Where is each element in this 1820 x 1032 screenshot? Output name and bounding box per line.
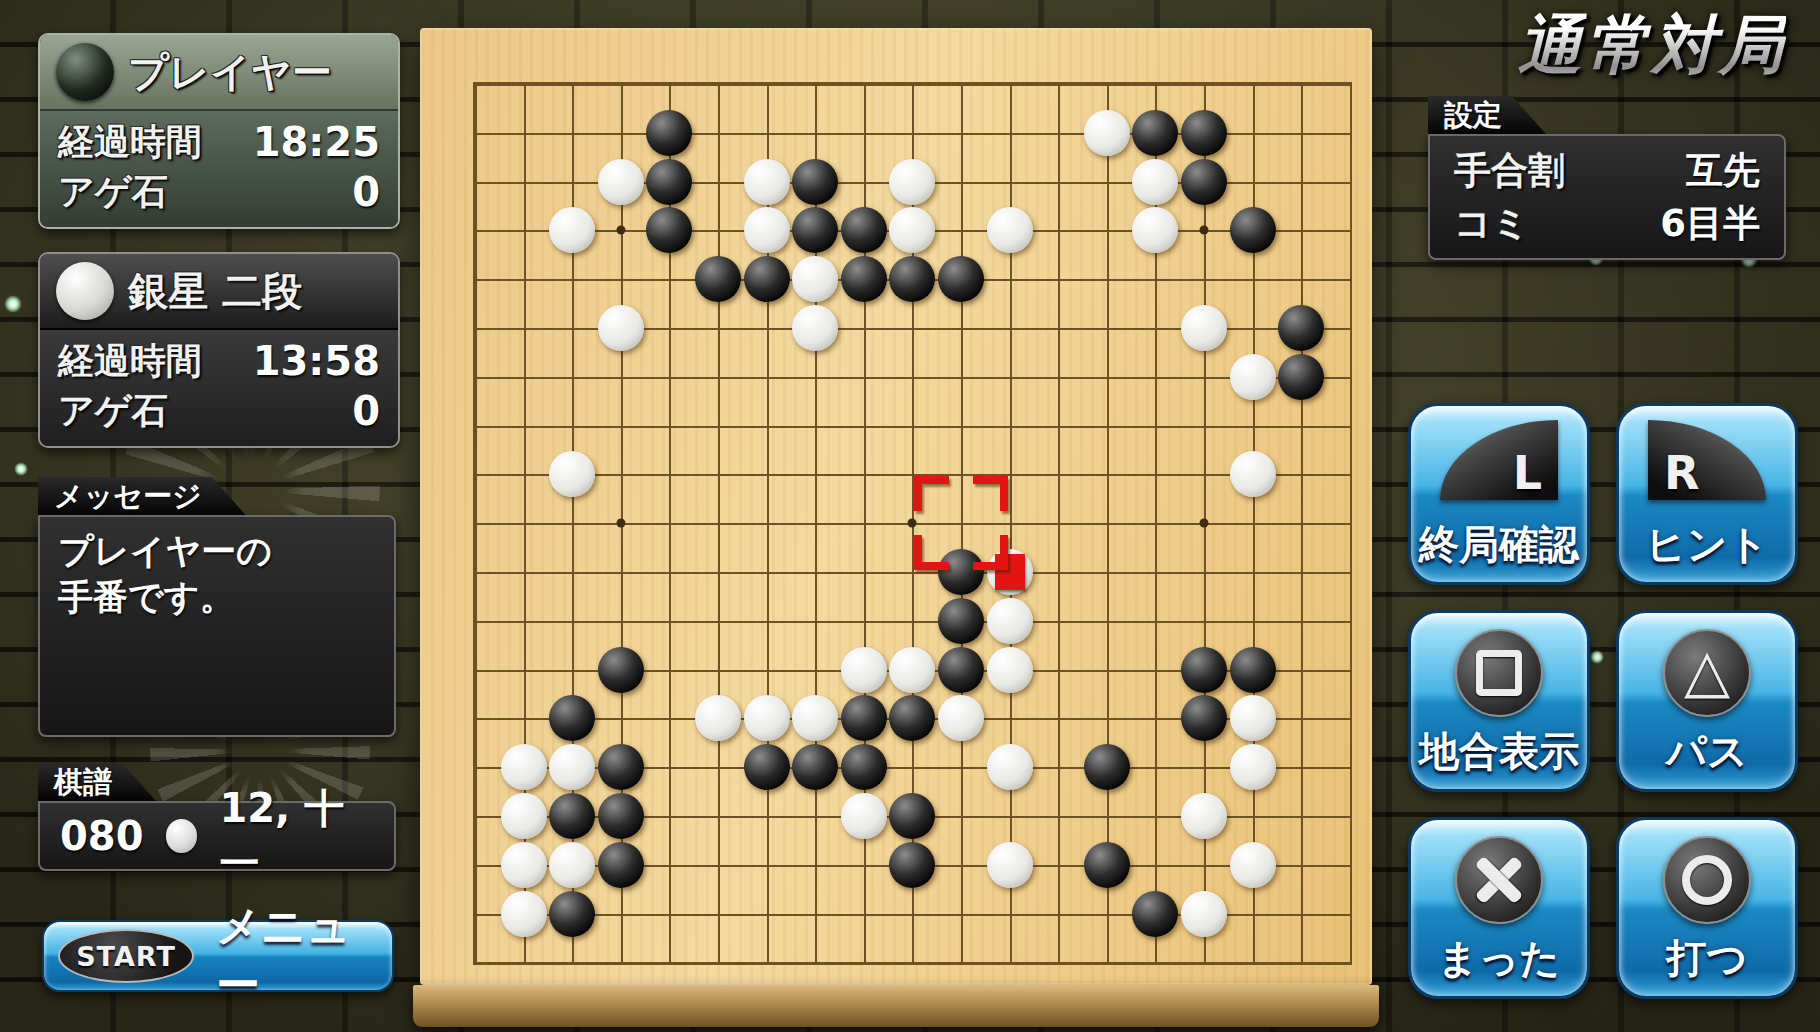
white-player-name: 銀星 二段 [128, 264, 302, 319]
white-stone [549, 842, 595, 888]
white-stone [987, 207, 1033, 253]
black-stone [1132, 110, 1178, 156]
white-stone-icon [56, 262, 114, 320]
menu-button-label: メニュー [216, 897, 378, 1015]
kifu-panel: 080 12, 十一 [38, 801, 396, 871]
white-stone [792, 305, 838, 351]
black-stone [841, 207, 887, 253]
black-stone [1230, 207, 1276, 253]
white-stone [501, 793, 547, 839]
white-captures-count: 0 [352, 388, 380, 434]
hint-button[interactable]: R ヒント [1616, 403, 1798, 585]
game-screen: プレイヤー 経過時間 18:25 アゲ石 0 銀星 二段 経過時間 13:58 … [0, 0, 1820, 1032]
black-stone [938, 647, 984, 693]
message-panel: プレイヤーの 手番です。 [38, 515, 396, 737]
white-player-header: 銀星 二段 [40, 254, 398, 330]
black-stone-icon [56, 43, 114, 101]
white-stone [1230, 354, 1276, 400]
black-stone [841, 695, 887, 741]
hint-label: ヒント [1619, 517, 1795, 572]
white-stone [598, 305, 644, 351]
black-stone [646, 110, 692, 156]
white-stone [1230, 744, 1276, 790]
black-stone [549, 695, 595, 741]
page-title: 通常対局 [1518, 2, 1786, 89]
white-stone [1181, 793, 1227, 839]
white-player-panel: 銀星 二段 経過時間 13:58 アゲ石 0 [38, 252, 400, 448]
black-stone [792, 744, 838, 790]
komi-row: コミ 6目半 [1454, 199, 1760, 249]
handicap-value: 互先 [1686, 146, 1760, 196]
black-stone [1132, 891, 1178, 937]
black-player-panel: プレイヤー 経過時間 18:25 アゲ石 0 [38, 33, 400, 229]
captures-label: アゲ石 [58, 387, 168, 436]
white-stone [1181, 891, 1227, 937]
white-stone [501, 842, 547, 888]
time-label: 経過時間 [58, 118, 202, 167]
black-stone [889, 793, 935, 839]
white-stone [987, 647, 1033, 693]
black-stone [646, 159, 692, 205]
white-stone [1084, 110, 1130, 156]
white-stone [987, 842, 1033, 888]
board-cursor[interactable] [914, 476, 1008, 570]
black-captures-count: 0 [352, 169, 380, 215]
undo-label: まった [1411, 931, 1587, 986]
white-stone [1230, 842, 1276, 888]
black-stone [598, 793, 644, 839]
white-stone [598, 159, 644, 205]
white-stone [841, 647, 887, 693]
black-stone [598, 842, 644, 888]
pass-button[interactable]: △ パス [1616, 610, 1798, 792]
black-stone [889, 842, 935, 888]
black-stone [1278, 305, 1324, 351]
white-stone [549, 451, 595, 497]
black-player-name: プレイヤー [128, 45, 332, 100]
message-panel-tab: メッセージ [38, 477, 246, 515]
white-stone [744, 207, 790, 253]
black-stone [1181, 647, 1227, 693]
white-stone [889, 647, 935, 693]
triangle-button-icon: △ [1663, 629, 1751, 717]
black-stone [1230, 647, 1276, 693]
r-shoulder-icon: R [1648, 420, 1766, 500]
black-stone [1278, 354, 1324, 400]
black-stone [1084, 744, 1130, 790]
play-move-label: 打つ [1619, 931, 1795, 986]
black-stone [1181, 110, 1227, 156]
white-stone [792, 256, 838, 302]
white-stone [889, 207, 935, 253]
black-stone [646, 207, 692, 253]
white-stone [744, 695, 790, 741]
white-stone [987, 744, 1033, 790]
pass-label: パス [1619, 724, 1795, 779]
cross-button-icon [1455, 836, 1543, 924]
go-board [420, 28, 1372, 985]
black-stone [889, 695, 935, 741]
start-badge-icon: START [58, 929, 194, 983]
black-time-row: 経過時間 18:25 [58, 117, 380, 167]
star-point [616, 226, 625, 235]
territory-display-label: 地合表示 [1411, 724, 1587, 779]
white-stone [1132, 159, 1178, 205]
komi-label: コミ [1454, 199, 1530, 249]
sparkle-decoration [4, 295, 22, 313]
black-stone [549, 891, 595, 937]
settings-panel: 手合割 互先 コミ 6目半 [1428, 134, 1786, 260]
black-stone [841, 744, 887, 790]
white-stone [549, 744, 595, 790]
black-stone [1181, 159, 1227, 205]
black-stone [1181, 695, 1227, 741]
white-stone [1132, 207, 1178, 253]
end-game-check-label: 終局確認 [1411, 517, 1587, 572]
black-stone [695, 256, 741, 302]
black-stone [938, 598, 984, 644]
white-stone [938, 695, 984, 741]
l-shoulder-icon: L [1440, 420, 1558, 500]
black-player-header: プレイヤー [40, 35, 398, 111]
territory-display-button[interactable]: 地合表示 [1408, 610, 1590, 792]
star-point [1200, 519, 1209, 528]
sparkle-decoration [14, 462, 28, 476]
white-stone [744, 159, 790, 205]
white-stone [501, 744, 547, 790]
white-stone [695, 695, 741, 741]
white-stone [987, 598, 1033, 644]
square-button-icon [1455, 629, 1543, 717]
white-stone [1230, 451, 1276, 497]
black-stone [744, 744, 790, 790]
black-stone [792, 159, 838, 205]
white-player-body: 経過時間 13:58 アゲ石 0 [40, 330, 398, 446]
time-label: 経過時間 [58, 337, 202, 386]
black-player-body: 経過時間 18:25 アゲ石 0 [40, 111, 398, 227]
black-stone [598, 647, 644, 693]
white-stone [549, 207, 595, 253]
star-point [1200, 226, 1209, 235]
white-stone [1181, 305, 1227, 351]
black-stone [938, 256, 984, 302]
white-stone [792, 695, 838, 741]
undo-button[interactable]: まった [1408, 817, 1590, 999]
board-front-edge [413, 985, 1379, 1027]
menu-button[interactable]: START メニュー [42, 920, 394, 992]
handicap-row: 手合割 互先 [1454, 146, 1760, 196]
move-number: 080 [60, 813, 144, 859]
white-captures-row: アゲ石 0 [58, 386, 380, 436]
black-stone [841, 256, 887, 302]
komi-value: 6目半 [1660, 199, 1760, 249]
black-elapsed-time: 18:25 [253, 119, 380, 165]
white-elapsed-time: 13:58 [253, 338, 380, 384]
star-point [616, 519, 625, 528]
black-stone [598, 744, 644, 790]
captures-label: アゲ石 [58, 168, 168, 217]
white-stone [889, 159, 935, 205]
circle-button-icon [1663, 836, 1751, 924]
black-stone [1084, 842, 1130, 888]
message-line: プレイヤーの [58, 529, 376, 575]
white-stone [501, 891, 547, 937]
white-stone [841, 793, 887, 839]
black-stone [744, 256, 790, 302]
handicap-label: 手合割 [1454, 146, 1565, 196]
last-move-coordinate: 12, 十一 [219, 781, 374, 891]
black-stone [549, 793, 595, 839]
white-time-row: 経過時間 13:58 [58, 336, 380, 386]
black-stone [889, 256, 935, 302]
black-captures-row: アゲ石 0 [58, 167, 380, 217]
message-line: 手番です。 [58, 575, 376, 621]
action-button-grid: L 終局確認 R ヒント 地合表示 △ パス まった 打つ [1408, 403, 1798, 999]
end-game-check-button[interactable]: L 終局確認 [1408, 403, 1590, 585]
play-move-button[interactable]: 打つ [1616, 817, 1798, 999]
goban-grid[interactable] [473, 82, 1352, 965]
black-stone [792, 207, 838, 253]
white-stone [1230, 695, 1276, 741]
white-stone-icon [166, 819, 198, 853]
